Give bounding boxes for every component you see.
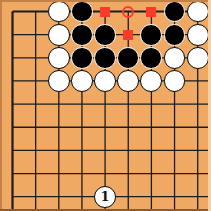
- intersection-r7-c6[interactable]: [117, 139, 140, 162]
- intersection-r8-c7[interactable]: [140, 162, 163, 185]
- white-stone: [187, 1, 209, 23]
- intersection-r6-c8[interactable]: [163, 116, 186, 139]
- intersection-r9-c8[interactable]: [163, 185, 186, 208]
- red-square-mark: [146, 7, 156, 17]
- black-stone: [94, 24, 116, 46]
- intersection-r7-c9[interactable]: [186, 139, 209, 162]
- intersection-r3-c4[interactable]: [70, 46, 93, 69]
- intersection-r5-c4[interactable]: [70, 93, 93, 116]
- intersection-r5-c7[interactable]: [140, 93, 163, 116]
- intersection-r8-c2[interactable]: [24, 162, 47, 185]
- intersection-r5-c8[interactable]: [163, 93, 186, 116]
- board-edge-bottom: [0, 209, 211, 211]
- intersection-r6-c2[interactable]: [24, 116, 47, 139]
- intersection-r7-c4[interactable]: [70, 139, 93, 162]
- board-edge-top: [0, 0, 211, 2]
- intersection-r3-c5[interactable]: [93, 46, 116, 69]
- black-stone: [140, 24, 162, 46]
- white-stone: [164, 70, 186, 92]
- intersection-r4-c5[interactable]: [93, 69, 116, 92]
- intersection-r8-c5[interactable]: [93, 162, 116, 185]
- black-stone: [71, 24, 93, 46]
- intersection-r6-c4[interactable]: [70, 116, 93, 139]
- intersection-r9-c6[interactable]: [117, 185, 140, 208]
- intersection-r1-c3[interactable]: [47, 0, 70, 23]
- black-stone: [71, 1, 93, 23]
- intersection-r9-c7[interactable]: [140, 185, 163, 208]
- white-stone: [48, 24, 70, 46]
- intersection-r1-c7[interactable]: [140, 0, 163, 23]
- intersection-r8-c6[interactable]: [117, 162, 140, 185]
- intersection-r6-c5[interactable]: [93, 116, 116, 139]
- intersection-r1-c9[interactable]: [186, 0, 209, 23]
- intersection-r1-c6[interactable]: [117, 0, 140, 23]
- intersection-r4-c3[interactable]: [47, 69, 70, 92]
- intersection-r6-c1[interactable]: [1, 116, 24, 139]
- intersection-r7-c7[interactable]: [140, 139, 163, 162]
- intersection-r6-c6[interactable]: [117, 116, 140, 139]
- intersection-r6-c3[interactable]: [47, 116, 70, 139]
- intersection-r8-c3[interactable]: [47, 162, 70, 185]
- intersection-r2-c4[interactable]: [70, 23, 93, 46]
- intersection-r2-c2[interactable]: [24, 23, 47, 46]
- intersection-r1-c8[interactable]: [163, 0, 186, 23]
- intersection-r4-c8[interactable]: [163, 69, 186, 92]
- intersection-r9-c4[interactable]: [70, 185, 93, 208]
- white-stone: [71, 70, 93, 92]
- intersection-r3-c1[interactable]: [1, 46, 24, 69]
- intersection-r4-c9[interactable]: [186, 69, 209, 92]
- intersection-r7-c3[interactable]: [47, 139, 70, 162]
- red-square-mark: [123, 30, 133, 40]
- intersection-r5-c9[interactable]: [186, 93, 209, 116]
- intersection-r1-c1[interactable]: [1, 0, 24, 23]
- intersection-r1-c2[interactable]: [24, 0, 47, 23]
- intersection-r3-c6[interactable]: [117, 46, 140, 69]
- intersection-r4-c7[interactable]: [140, 69, 163, 92]
- intersection-grid: 1: [1, 0, 209, 208]
- white-stone: [48, 1, 70, 23]
- intersection-r7-c8[interactable]: [163, 139, 186, 162]
- intersection-r2-c1[interactable]: [1, 23, 24, 46]
- intersection-r2-c9[interactable]: [186, 23, 209, 46]
- black-stone: [164, 24, 186, 46]
- intersection-r8-c8[interactable]: [163, 162, 186, 185]
- red-square-mark: [100, 7, 110, 17]
- black-stone: [140, 47, 162, 69]
- black-stone: [94, 47, 116, 69]
- intersection-r7-c1[interactable]: [1, 139, 24, 162]
- intersection-r4-c1[interactable]: [1, 69, 24, 92]
- intersection-r4-c2[interactable]: [24, 69, 47, 92]
- intersection-r1-c5[interactable]: [93, 0, 116, 23]
- black-stone: [71, 47, 93, 69]
- intersection-r6-c9[interactable]: [186, 116, 209, 139]
- intersection-r7-c2[interactable]: [24, 139, 47, 162]
- black-stone: [117, 47, 139, 69]
- intersection-r4-c4[interactable]: [70, 69, 93, 92]
- board-edge-right: [208, 0, 211, 211]
- white-stone: [48, 47, 70, 69]
- intersection-r8-c9[interactable]: [186, 162, 209, 185]
- intersection-r5-c6[interactable]: [117, 93, 140, 116]
- intersection-r5-c3[interactable]: [47, 93, 70, 116]
- intersection-r2-c3[interactable]: [47, 23, 70, 46]
- white-stone: [48, 70, 70, 92]
- red-circle-mark: [122, 6, 134, 18]
- intersection-r9-c5[interactable]: 1: [93, 185, 116, 208]
- numbered-move-stone: 1: [94, 186, 116, 208]
- intersection-r5-c5[interactable]: [93, 93, 116, 116]
- intersection-r3-c2[interactable]: [24, 46, 47, 69]
- intersection-r3-c3[interactable]: [47, 46, 70, 69]
- white-stone: [117, 70, 139, 92]
- intersection-r5-c2[interactable]: [24, 93, 47, 116]
- intersection-r2-c8[interactable]: [163, 23, 186, 46]
- white-stone: [94, 70, 116, 92]
- board-edge-left: [0, 0, 2, 211]
- white-stone: [187, 24, 209, 46]
- intersection-r7-c5[interactable]: [93, 139, 116, 162]
- white-stone: [164, 47, 186, 69]
- intersection-r5-c1[interactable]: [1, 93, 24, 116]
- intersection-r8-c1[interactable]: [1, 162, 24, 185]
- go-board: 1: [0, 0, 211, 211]
- intersection-r4-c6[interactable]: [117, 69, 140, 92]
- intersection-r3-c9[interactable]: [186, 46, 209, 69]
- intersection-r9-c3[interactable]: [47, 185, 70, 208]
- intersection-r2-c6[interactable]: [117, 23, 140, 46]
- intersection-r3-c7[interactable]: [140, 46, 163, 69]
- white-stone: [187, 47, 209, 69]
- intersection-r1-c4[interactable]: [70, 0, 93, 23]
- intersection-r2-c5[interactable]: [93, 23, 116, 46]
- white-stone: [140, 70, 162, 92]
- intersection-r9-c9[interactable]: [186, 185, 209, 208]
- move-number-label: 1: [101, 190, 110, 203]
- intersection-r3-c8[interactable]: [163, 46, 186, 69]
- intersection-r2-c7[interactable]: [140, 23, 163, 46]
- black-stone: [164, 1, 186, 23]
- intersection-r8-c4[interactable]: [70, 162, 93, 185]
- intersection-r6-c7[interactable]: [140, 116, 163, 139]
- intersection-r9-c1[interactable]: [1, 185, 24, 208]
- intersection-r9-c2[interactable]: [24, 185, 47, 208]
